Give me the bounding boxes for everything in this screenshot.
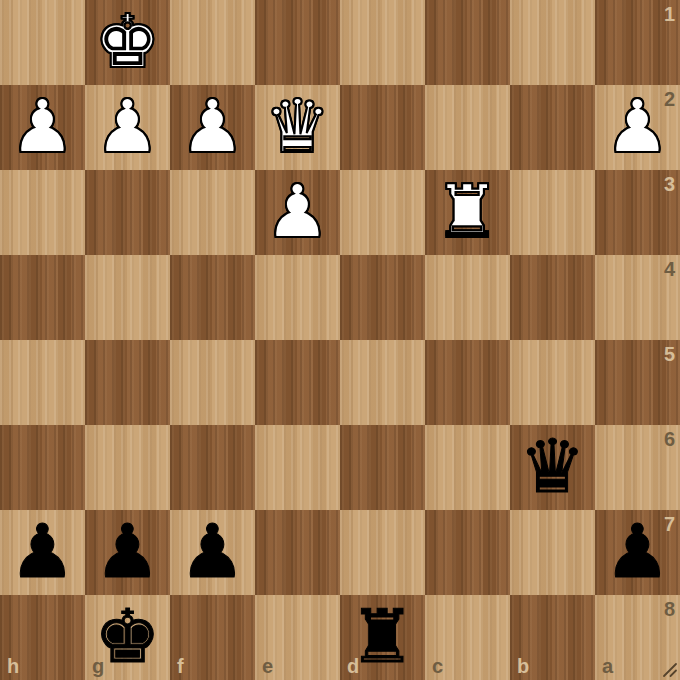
white-queen-piece[interactable]: ♛: [264, 89, 330, 163]
square-f6[interactable]: [170, 425, 255, 510]
square-a3[interactable]: 3: [595, 170, 680, 255]
square-b2[interactable]: [510, 85, 595, 170]
square-d5[interactable]: [340, 340, 425, 425]
square-a6[interactable]: 6: [595, 425, 680, 510]
square-f8[interactable]: f: [170, 595, 255, 680]
square-g8[interactable]: g♚: [85, 595, 170, 680]
black-rook-piece[interactable]: ♜: [349, 599, 415, 673]
file-label-b: b: [517, 656, 529, 676]
square-g5[interactable]: [85, 340, 170, 425]
square-e2[interactable]: ♛: [255, 85, 340, 170]
square-h6[interactable]: [0, 425, 85, 510]
square-h3[interactable]: [0, 170, 85, 255]
square-h1[interactable]: [0, 0, 85, 85]
square-g7[interactable]: ♟: [85, 510, 170, 595]
square-c2[interactable]: [425, 85, 510, 170]
square-c8[interactable]: c: [425, 595, 510, 680]
square-a2[interactable]: 2♟: [595, 85, 680, 170]
square-d2[interactable]: [340, 85, 425, 170]
white-rook-piece[interactable]: ♜: [434, 174, 500, 248]
white-pawn-piece[interactable]: ♟: [179, 89, 245, 163]
square-f5[interactable]: [170, 340, 255, 425]
square-e6[interactable]: [255, 425, 340, 510]
square-g2[interactable]: ♟: [85, 85, 170, 170]
square-b3[interactable]: [510, 170, 595, 255]
square-e1[interactable]: [255, 0, 340, 85]
square-e7[interactable]: [255, 510, 340, 595]
square-a7[interactable]: 7♟: [595, 510, 680, 595]
file-label-f: f: [177, 656, 184, 676]
rank-label-4: 4: [664, 259, 675, 279]
black-pawn-piece[interactable]: ♟: [9, 514, 75, 588]
black-king-piece[interactable]: ♚: [94, 599, 160, 673]
square-h7[interactable]: ♟: [0, 510, 85, 595]
square-c4[interactable]: [425, 255, 510, 340]
square-g6[interactable]: [85, 425, 170, 510]
rank-label-8: 8: [664, 599, 675, 619]
file-label-e: e: [262, 656, 273, 676]
square-b1[interactable]: [510, 0, 595, 85]
square-f1[interactable]: [170, 0, 255, 85]
chess-board: ♚1♟♟♟♛2♟♟♜345♛6♟♟♟7♟hg♚fed♜cb8a: [0, 0, 680, 680]
square-b4[interactable]: [510, 255, 595, 340]
square-d7[interactable]: [340, 510, 425, 595]
black-pawn-piece[interactable]: ♟: [94, 514, 160, 588]
square-g4[interactable]: [85, 255, 170, 340]
square-e8[interactable]: e: [255, 595, 340, 680]
square-c5[interactable]: [425, 340, 510, 425]
square-d3[interactable]: [340, 170, 425, 255]
square-f2[interactable]: ♟: [170, 85, 255, 170]
square-h4[interactable]: [0, 255, 85, 340]
square-g3[interactable]: [85, 170, 170, 255]
white-pawn-piece[interactable]: ♟: [264, 174, 330, 248]
square-a1[interactable]: 1: [595, 0, 680, 85]
board-resize-handle-icon[interactable]: [660, 660, 678, 678]
rank-label-5: 5: [664, 344, 675, 364]
square-b8[interactable]: b: [510, 595, 595, 680]
square-f7[interactable]: ♟: [170, 510, 255, 595]
square-d6[interactable]: [340, 425, 425, 510]
white-pawn-piece[interactable]: ♟: [604, 89, 670, 163]
square-c7[interactable]: [425, 510, 510, 595]
square-h5[interactable]: [0, 340, 85, 425]
black-pawn-piece[interactable]: ♟: [179, 514, 245, 588]
rank-label-6: 6: [664, 429, 675, 449]
rank-label-1: 1: [664, 4, 675, 24]
square-h2[interactable]: ♟: [0, 85, 85, 170]
square-e4[interactable]: [255, 255, 340, 340]
square-h8[interactable]: h: [0, 595, 85, 680]
square-g1[interactable]: ♚: [85, 0, 170, 85]
file-label-c: c: [432, 656, 443, 676]
square-d8[interactable]: d♜: [340, 595, 425, 680]
black-queen-piece[interactable]: ♛: [519, 429, 585, 503]
white-pawn-piece[interactable]: ♟: [94, 89, 160, 163]
square-b7[interactable]: [510, 510, 595, 595]
file-label-a: a: [602, 656, 613, 676]
square-c6[interactable]: [425, 425, 510, 510]
square-b6[interactable]: ♛: [510, 425, 595, 510]
square-e5[interactable]: [255, 340, 340, 425]
square-c1[interactable]: [425, 0, 510, 85]
square-b5[interactable]: [510, 340, 595, 425]
square-e3[interactable]: ♟: [255, 170, 340, 255]
square-c3[interactable]: ♜: [425, 170, 510, 255]
square-d4[interactable]: [340, 255, 425, 340]
square-d1[interactable]: [340, 0, 425, 85]
square-f3[interactable]: [170, 170, 255, 255]
rank-label-3: 3: [664, 174, 675, 194]
square-a4[interactable]: 4: [595, 255, 680, 340]
black-pawn-piece[interactable]: ♟: [604, 514, 670, 588]
white-pawn-piece[interactable]: ♟: [9, 89, 75, 163]
square-f4[interactable]: [170, 255, 255, 340]
white-king-piece[interactable]: ♚: [94, 4, 160, 78]
square-a5[interactable]: 5: [595, 340, 680, 425]
file-label-h: h: [7, 656, 19, 676]
